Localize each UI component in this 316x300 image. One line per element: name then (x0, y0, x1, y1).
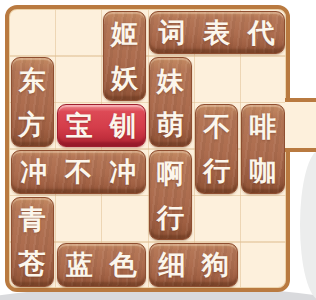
tile-ci-biao-dai[interactable]: 词表代 (149, 11, 285, 55)
tile-char: 代 (239, 12, 284, 54)
tile-bu-xing[interactable]: 不行 (195, 104, 238, 194)
tile-char: 东 (12, 58, 53, 102)
tile-char: 冲 (101, 151, 146, 193)
tile-dong-fang[interactable]: 东方 (11, 57, 54, 147)
tile-char: 萌 (150, 102, 191, 146)
tile-char: 啡 (242, 105, 283, 149)
tile-char: 啊 (150, 151, 191, 195)
tile-char: 表 (195, 12, 240, 54)
tile-xi-gou[interactable]: 细狗 (149, 243, 238, 287)
tile-mei-meng[interactable]: 妹萌 (149, 57, 192, 147)
puzzle-board: 姬妖词表代东方妹萌宝钏不行啡咖冲不冲啊行青苍蓝色细狗 (5, 5, 290, 292)
tile-char: 妹 (150, 58, 191, 102)
tile-char: 钏 (101, 105, 145, 147)
tile-char: 细 (150, 244, 194, 286)
tile-chong-bu-chong[interactable]: 冲不冲 (11, 150, 147, 194)
tile-char: 狗 (194, 244, 238, 286)
tile-qing-cang[interactable]: 青苍 (11, 197, 54, 287)
tile-char: 方 (12, 102, 53, 146)
game-stage: 姬妖词表代东方妹萌宝钏不行啡咖冲不冲啊行青苍蓝色细狗 (0, 0, 316, 300)
tile-char: 青 (12, 198, 53, 242)
tile-char: 苍 (12, 242, 53, 286)
tile-char: 色 (101, 244, 145, 286)
tile-char: 词 (150, 12, 195, 54)
tile-char: 不 (196, 105, 237, 149)
tile-char: 妖 (104, 56, 145, 100)
exit-notch (285, 98, 316, 152)
tile-lan-se[interactable]: 蓝色 (57, 243, 146, 287)
tile-ji-yao[interactable]: 姬妖 (103, 11, 146, 101)
page-background-shadow-right (300, 150, 316, 300)
tile-bao-chuan[interactable]: 宝钏 (57, 104, 146, 148)
tile-char: 行 (150, 195, 191, 239)
tile-char: 宝 (58, 105, 102, 147)
tile-fei-ka[interactable]: 啡咖 (241, 104, 284, 194)
tile-a-xing[interactable]: 啊行 (149, 150, 192, 240)
tile-char: 姬 (104, 12, 145, 56)
tile-char: 咖 (242, 149, 283, 193)
tile-char: 冲 (12, 151, 57, 193)
tile-char: 蓝 (58, 244, 102, 286)
tile-char: 不 (56, 151, 101, 193)
tile-char: 行 (196, 149, 237, 193)
